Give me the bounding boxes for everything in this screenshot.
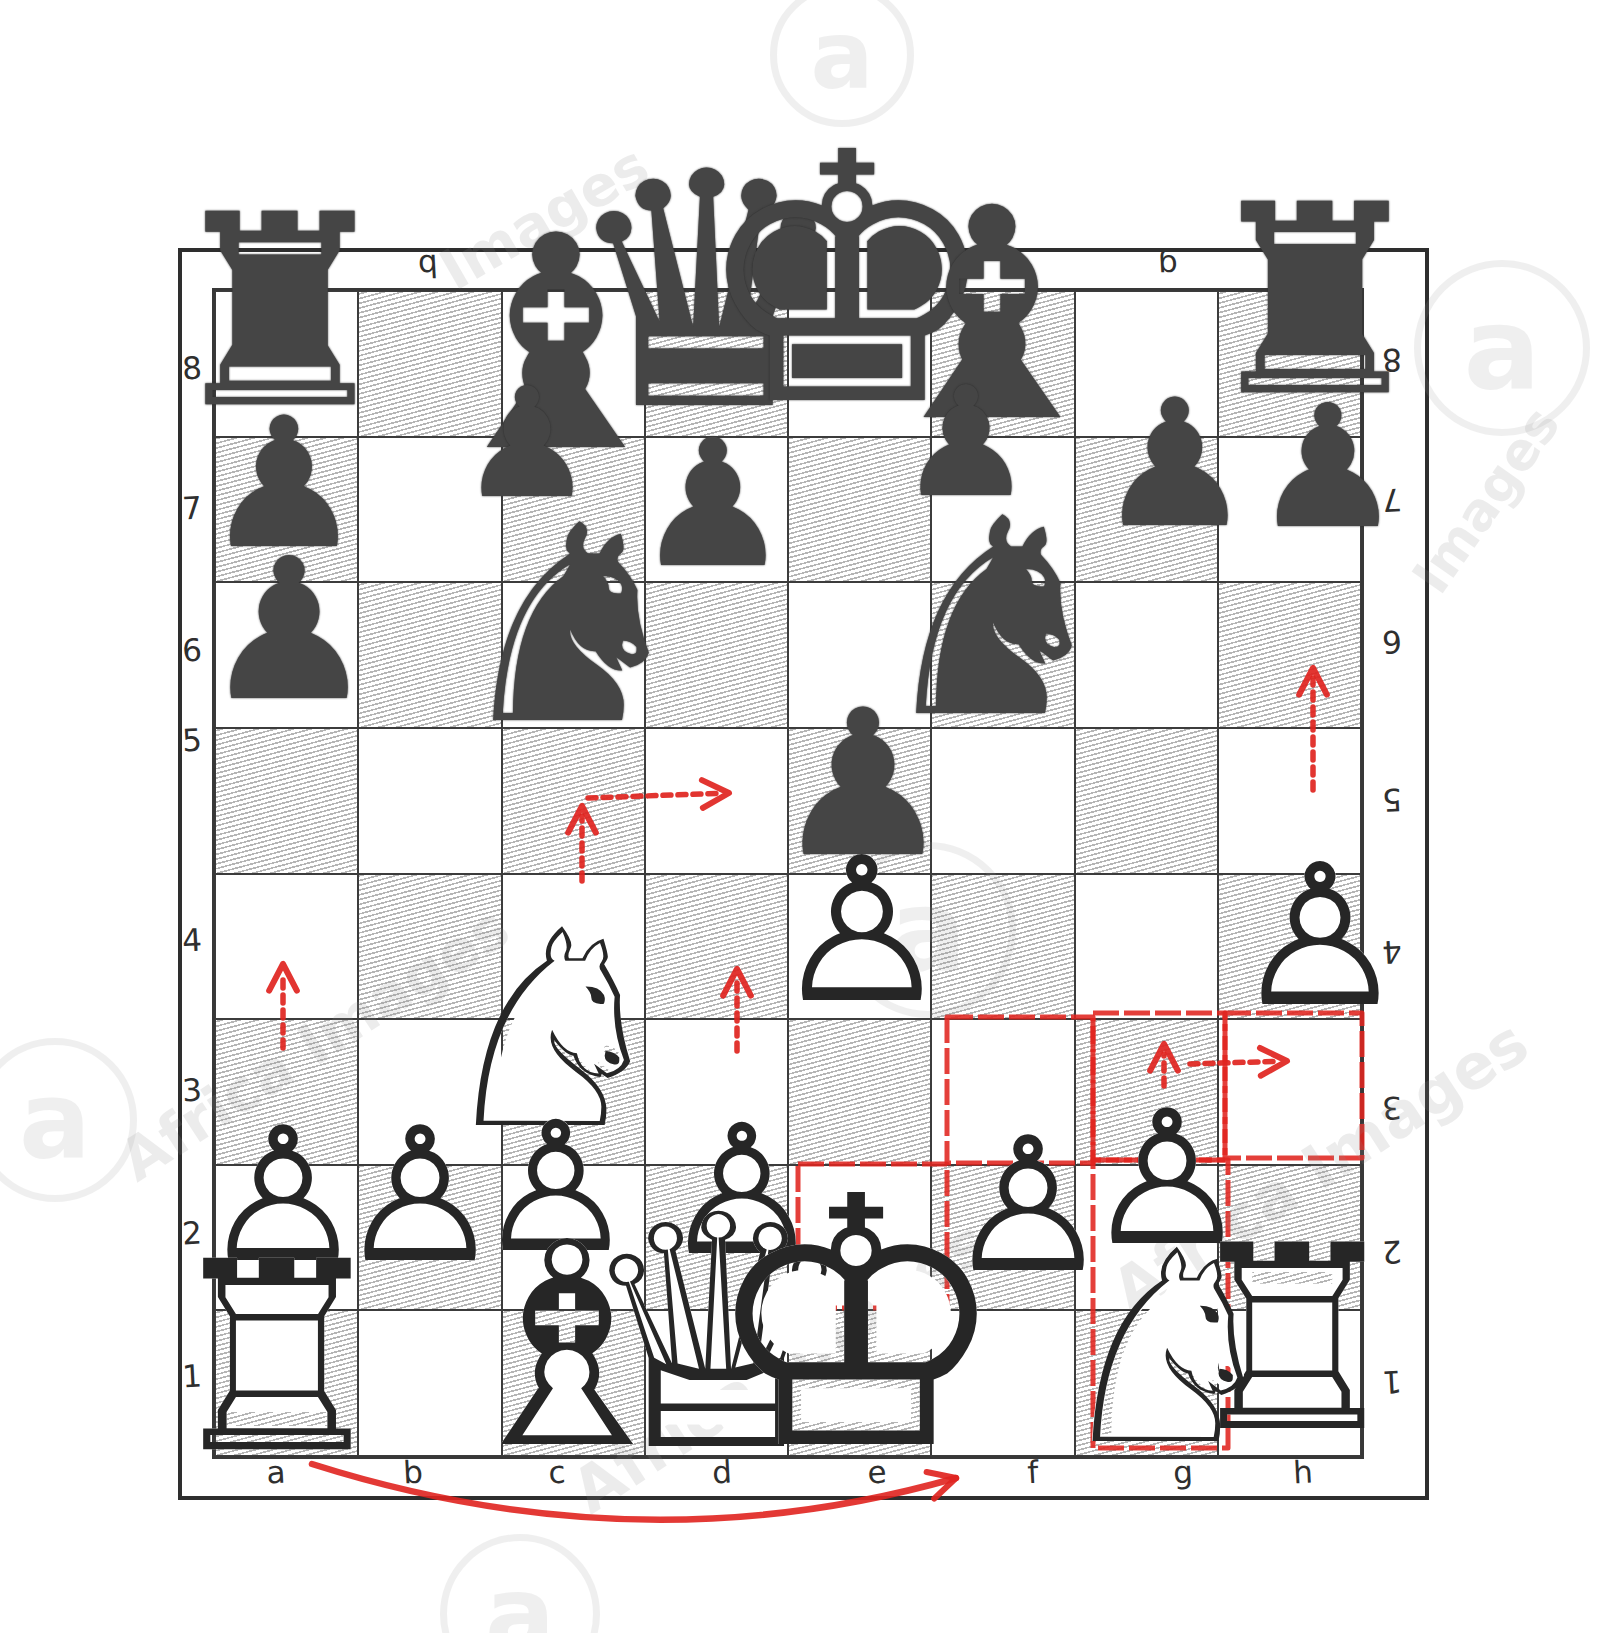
piece-glyph: ♟	[1252, 368, 1404, 566]
piece-black-knight-c6: ♞	[449, 490, 693, 762]
watermark-logo-icon: a	[1414, 260, 1590, 436]
rank-label-right-5: 5	[1381, 782, 1403, 819]
chess-sketch-diagram: abcdefgh8765432187654321bgImagesAfrica I…	[0, 0, 1600, 1633]
square-h6	[1218, 582, 1361, 728]
piece-glyph: ♞	[449, 468, 693, 784]
watermark-logo-icon: a	[0, 1038, 137, 1202]
file-label-bottom-b: b	[402, 1454, 424, 1491]
piece-white-knight-g1: ♞♘	[1049, 1216, 1287, 1482]
piece-white-king-e1: ♚♔	[701, 1152, 1010, 1497]
rank-label-left-6: 6	[181, 632, 203, 669]
piece-glyph: ♙	[772, 814, 951, 1047]
piece-glyph: ♙	[1232, 822, 1408, 1050]
piece-glyph: ♟	[201, 516, 377, 744]
piece-white-rook-a1: ♜♖	[160, 1228, 395, 1490]
piece-white-pawn-e4: ♟♙	[772, 831, 951, 1031]
piece-glyph: ♖	[160, 1206, 395, 1511]
watermark-logo-icon: a	[440, 1534, 600, 1633]
piece-black-pawn-h7: ♟	[1252, 382, 1404, 552]
rank-label-left-7: 7	[181, 490, 203, 527]
rank-label-right-6: 6	[1381, 624, 1403, 661]
piece-glyph: ♟	[1096, 362, 1254, 567]
piece-black-pawn-a6: ♟	[201, 532, 377, 728]
rank-label-left-4: 4	[181, 922, 203, 959]
file-label-top-g: g	[1157, 248, 1179, 285]
piece-glyph: ♔	[701, 1124, 1010, 1525]
square-a5	[215, 728, 358, 874]
rank-label-left-5: 5	[181, 722, 203, 759]
square-g4	[1075, 874, 1218, 1020]
file-label-bottom-f: f	[1027, 1454, 1040, 1491]
piece-white-pawn-h4: ♟♙	[1232, 838, 1408, 1034]
piece-black-pawn-g7: ♟	[1096, 377, 1254, 553]
piece-glyph: ♘	[1049, 1194, 1287, 1504]
